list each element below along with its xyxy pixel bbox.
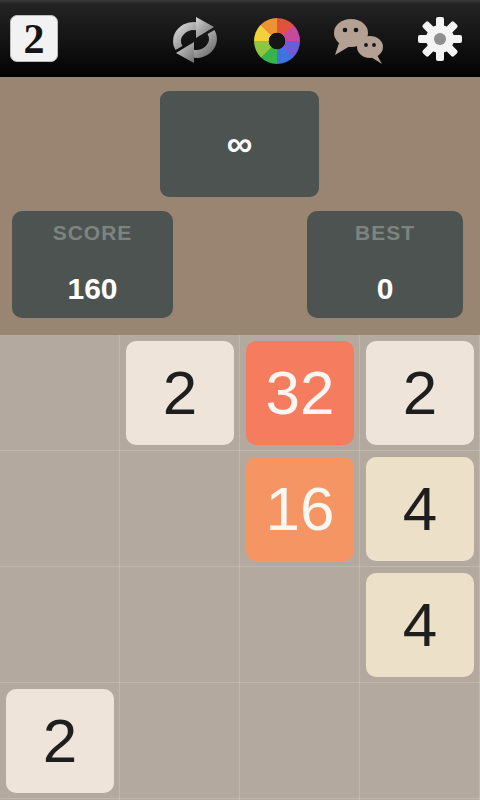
restart-button[interactable] [163, 13, 227, 67]
app-logo: 2 [10, 15, 58, 62]
board-cell: 4 [360, 451, 480, 567]
theme-button[interactable] [253, 17, 301, 65]
app-screen: 2 [0, 0, 480, 800]
wechat-icon [329, 17, 389, 65]
board-cell [240, 567, 360, 683]
tile-2: 2 [366, 341, 474, 445]
best-label: BEST [355, 221, 415, 245]
infinity-symbol: ∞ [227, 126, 253, 162]
board-cell [120, 567, 240, 683]
tile-2: 2 [6, 689, 114, 793]
board-cell: 2 [360, 335, 480, 451]
board-cell: 16 [240, 451, 360, 567]
mode-box: ∞ [160, 91, 319, 197]
action-bar: 2 [0, 0, 480, 77]
tile-32: 32 [246, 341, 354, 445]
board-cell [360, 683, 480, 799]
tile-2: 2 [126, 341, 234, 445]
board-cell: 2 [120, 335, 240, 451]
board-cell [0, 567, 120, 683]
board[interactable]: 232216442 [0, 335, 480, 800]
board-cell [120, 683, 240, 799]
tile-16: 16 [246, 457, 354, 561]
app-logo-text: 2 [24, 18, 45, 60]
wechat-share-button[interactable] [328, 16, 390, 66]
score-value: 160 [67, 272, 117, 306]
board-cell: 2 [0, 683, 120, 799]
board-cell [120, 451, 240, 567]
aperture-icon [254, 18, 300, 64]
board-cell [0, 451, 120, 567]
tile-4: 4 [366, 457, 474, 561]
refresh-icon [165, 14, 225, 66]
settings-button[interactable] [414, 13, 466, 65]
board-cell [240, 683, 360, 799]
score-label: SCORE [53, 221, 133, 245]
board-cell: 32 [240, 335, 360, 451]
tile-4: 4 [366, 573, 474, 677]
board-cell [0, 335, 120, 451]
score-box: SCORE 160 [12, 211, 173, 318]
board-cell: 4 [360, 567, 480, 683]
gear-icon [414, 13, 466, 65]
best-box: BEST 0 [307, 211, 463, 318]
best-value: 0 [377, 272, 394, 306]
